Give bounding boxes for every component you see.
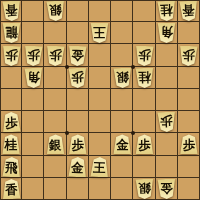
piece-kanji: 歩 xyxy=(49,48,62,61)
board-cell[interactable] xyxy=(22,0,44,22)
piece-kanji: 金 xyxy=(71,48,84,61)
board-cell[interactable] xyxy=(22,178,44,200)
piece-gold-sente[interactable]: 金 xyxy=(67,156,89,178)
piece-pawn-sente[interactable]: 歩 xyxy=(67,133,89,155)
board-cell[interactable] xyxy=(111,178,133,200)
board-cell[interactable] xyxy=(178,89,200,111)
piece-kanji: 香 xyxy=(5,4,18,17)
piece-kanji: 香 xyxy=(182,4,195,17)
piece-pawn-gote[interactable]: 歩 xyxy=(0,44,22,66)
board-cell[interactable] xyxy=(67,178,89,200)
piece-kanji: 銀 xyxy=(49,139,62,152)
piece-pawn-sente[interactable]: 歩 xyxy=(133,133,155,155)
piece-bishop-gote[interactable]: 角 xyxy=(22,67,44,89)
board-cell[interactable] xyxy=(22,22,44,44)
board-cell[interactable] xyxy=(156,67,178,89)
board-cell[interactable] xyxy=(111,44,133,66)
board-cell[interactable] xyxy=(0,67,22,89)
piece-kanji: 桂 xyxy=(160,4,173,17)
board-cell[interactable] xyxy=(44,111,66,133)
piece-kanji: 歩 xyxy=(183,139,196,152)
piece-kanji: 歩 xyxy=(182,48,195,61)
board-cell[interactable] xyxy=(178,111,200,133)
board-cell[interactable] xyxy=(89,44,111,66)
piece-lance-gote[interactable]: 香 xyxy=(0,0,22,22)
piece-silver-sente[interactable]: 銀 xyxy=(44,133,66,155)
board-cell[interactable] xyxy=(178,67,200,89)
piece-kanji: 香 xyxy=(5,184,18,197)
piece-king-gote[interactable]: 王 xyxy=(89,22,111,44)
board-cell[interactable] xyxy=(67,22,89,44)
piece-lance-sente[interactable]: 香 xyxy=(0,178,22,200)
piece-pawn-sente[interactable]: 歩 xyxy=(0,111,22,133)
board-cell[interactable] xyxy=(111,89,133,111)
board-cell[interactable] xyxy=(22,133,44,155)
board-cell[interactable] xyxy=(44,67,66,89)
piece-knight-gote[interactable]: 桂 xyxy=(133,67,155,89)
piece-king-sente[interactable]: 王 xyxy=(89,156,111,178)
piece-pawn-gote[interactable]: 歩 xyxy=(22,44,44,66)
piece-kanji: 銀 xyxy=(138,182,151,195)
piece-silver-gote[interactable]: 銀 xyxy=(111,67,133,89)
piece-gold-gote[interactable]: 金 xyxy=(67,44,89,66)
board-cell[interactable] xyxy=(133,111,155,133)
board-cell[interactable] xyxy=(133,0,155,22)
piece-promoted-rook-gote[interactable]: 龍 xyxy=(0,22,22,44)
piece-knight-sente[interactable]: 桂 xyxy=(0,133,22,155)
piece-gold-sente[interactable]: 金 xyxy=(111,133,133,155)
shogi-board: 香銀桂香龍王角歩歩歩金歩歩角歩銀桂歩歩桂銀歩金歩歩飛金王香銀金 xyxy=(0,0,200,200)
piece-pawn-gote[interactable]: 歩 xyxy=(67,67,89,89)
piece-kanji: 角 xyxy=(160,26,173,39)
board-cell[interactable] xyxy=(133,89,155,111)
board-cell[interactable] xyxy=(22,89,44,111)
board-cell[interactable] xyxy=(67,0,89,22)
board-cell[interactable] xyxy=(44,178,66,200)
piece-silver-gote[interactable]: 銀 xyxy=(44,0,66,22)
piece-kanji: 王 xyxy=(93,161,106,174)
board-cell[interactable] xyxy=(22,156,44,178)
piece-kanji: 歩 xyxy=(138,139,151,152)
board-cell[interactable] xyxy=(111,22,133,44)
board-cell[interactable] xyxy=(133,22,155,44)
piece-kanji: 歩 xyxy=(72,139,85,152)
piece-lance-gote[interactable]: 香 xyxy=(178,0,200,22)
piece-kanji: 飛 xyxy=(5,161,18,174)
board-cell[interactable] xyxy=(111,156,133,178)
piece-kanji: 角 xyxy=(27,70,40,83)
piece-kanji: 金 xyxy=(71,161,84,174)
piece-pawn-gote[interactable]: 歩 xyxy=(44,44,66,66)
board-cell[interactable] xyxy=(156,89,178,111)
board-cell[interactable] xyxy=(67,89,89,111)
board-cell[interactable] xyxy=(89,178,111,200)
board-cell[interactable] xyxy=(89,133,111,155)
piece-gold-gote[interactable]: 金 xyxy=(156,178,178,200)
board-cell[interactable] xyxy=(178,156,200,178)
piece-pawn-gote[interactable]: 歩 xyxy=(178,44,200,66)
piece-kanji: 歩 xyxy=(138,48,151,61)
board-cell[interactable] xyxy=(178,178,200,200)
board-cell[interactable] xyxy=(44,156,66,178)
board-cell[interactable] xyxy=(89,89,111,111)
piece-kanji: 歩 xyxy=(5,117,18,130)
board-cell[interactable] xyxy=(0,89,22,111)
piece-silver-gote[interactable]: 銀 xyxy=(133,178,155,200)
piece-kanji: 金 xyxy=(160,182,173,195)
piece-kanji: 銀 xyxy=(49,4,62,17)
piece-kanji: 桂 xyxy=(5,139,18,152)
board-cell[interactable] xyxy=(133,156,155,178)
board-cell[interactable] xyxy=(44,22,66,44)
piece-kanji: 歩 xyxy=(5,48,18,61)
board-cell[interactable] xyxy=(89,0,111,22)
piece-kanji: 金 xyxy=(116,139,129,152)
piece-kanji: 銀 xyxy=(116,70,129,83)
board-cell[interactable] xyxy=(156,133,178,155)
board-cell[interactable] xyxy=(89,67,111,89)
board-cell[interactable] xyxy=(111,0,133,22)
board-cell[interactable] xyxy=(67,111,89,133)
piece-knight-gote[interactable]: 桂 xyxy=(156,0,178,22)
board-cell[interactable] xyxy=(111,111,133,133)
board-cell[interactable] xyxy=(89,111,111,133)
piece-kanji: 王 xyxy=(94,26,107,39)
piece-kanji: 歩 xyxy=(27,48,40,61)
piece-kanji: 歩 xyxy=(71,70,84,83)
board-cell[interactable] xyxy=(156,156,178,178)
piece-rook-sente[interactable]: 飛 xyxy=(0,156,22,178)
piece-kanji: 歩 xyxy=(160,115,173,128)
board-cell[interactable] xyxy=(44,89,66,111)
piece-kanji: 龍 xyxy=(5,26,18,39)
board-cell[interactable] xyxy=(22,111,44,133)
piece-bishop-gote[interactable]: 角 xyxy=(156,22,178,44)
piece-pawn-sente[interactable]: 歩 xyxy=(178,133,200,155)
board-cell[interactable] xyxy=(178,22,200,44)
piece-kanji: 桂 xyxy=(138,70,151,83)
piece-pawn-gote[interactable]: 歩 xyxy=(156,111,178,133)
board-cell[interactable] xyxy=(156,44,178,66)
piece-pawn-gote[interactable]: 歩 xyxy=(133,44,155,66)
